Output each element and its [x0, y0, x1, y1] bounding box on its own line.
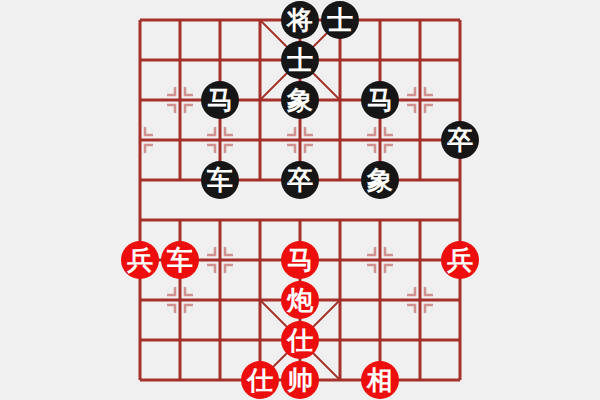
- piece-red-horse[interactable]: 马: [281, 241, 319, 279]
- piece-black-soldier[interactable]: 卒: [441, 121, 479, 159]
- piece-black-general[interactable]: 将: [281, 1, 319, 39]
- piece-black-soldier[interactable]: 卒: [281, 161, 319, 199]
- xiangqi-board: 将士士马象马卒车卒象兵车马兵炮仕仕帅相: [120, 0, 480, 400]
- piece-black-elephant[interactable]: 象: [361, 161, 399, 199]
- piece-black-advisor[interactable]: 士: [321, 1, 359, 39]
- piece-red-elephant[interactable]: 相: [361, 361, 399, 399]
- piece-red-advisor[interactable]: 仕: [281, 321, 319, 359]
- piece-black-horse[interactable]: 马: [361, 81, 399, 119]
- piece-red-cannon[interactable]: 炮: [281, 281, 319, 319]
- piece-red-advisor[interactable]: 仕: [241, 361, 279, 399]
- piece-red-soldier[interactable]: 兵: [121, 241, 159, 279]
- piece-black-advisor[interactable]: 士: [281, 41, 319, 79]
- piece-black-elephant[interactable]: 象: [281, 81, 319, 119]
- xiangqi-screenshot: 将士士马象马卒车卒象兵车马兵炮仕仕帅相: [0, 0, 600, 400]
- piece-black-horse[interactable]: 马: [201, 81, 239, 119]
- piece-red-soldier[interactable]: 兵: [441, 241, 479, 279]
- piece-black-chariot[interactable]: 车: [201, 161, 239, 199]
- piece-red-general[interactable]: 帅: [281, 361, 319, 399]
- piece-red-chariot[interactable]: 车: [161, 241, 199, 279]
